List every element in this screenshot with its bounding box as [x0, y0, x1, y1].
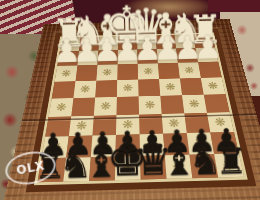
board-square — [198, 62, 222, 78]
board-square: ❋ — [178, 62, 201, 78]
rosette-inlay-icon: ❋ — [138, 63, 159, 79]
board-square: ❋ — [138, 63, 159, 79]
rosette-inlay-icon: ❋ — [178, 62, 201, 78]
rosette-inlay-icon: ❋ — [94, 97, 117, 116]
board-square — [180, 78, 204, 95]
rosette-inlay-icon: ❋ — [139, 96, 162, 115]
board-square: ❋ — [117, 80, 139, 97]
board-square — [117, 64, 138, 80]
board-square: ❋ — [73, 81, 96, 98]
rosette-inlay-icon: ❋ — [49, 98, 74, 117]
rosette-inlay-icon: ❋ — [96, 64, 117, 80]
rosette-inlay-icon: ❋ — [117, 80, 139, 97]
board-square — [75, 65, 97, 81]
board-square: ❋ — [94, 97, 117, 116]
board-square — [204, 94, 230, 113]
board-square — [138, 79, 160, 96]
board-square: ❋♜ — [214, 153, 244, 177]
board-square: ❋ — [159, 78, 182, 95]
board-square: ❋ — [201, 77, 226, 94]
rosette-inlay-icon: ❋ — [201, 77, 226, 94]
board-square: ❋ — [49, 98, 74, 117]
board-square: ❋ — [96, 64, 117, 80]
board-square: ❋ — [139, 96, 162, 115]
board-square — [71, 97, 95, 116]
board-square — [158, 63, 180, 79]
board-square: ❋ — [182, 95, 207, 114]
board-square: ❋ — [55, 66, 78, 82]
board-square — [116, 96, 139, 115]
rosette-inlay-icon: ❋ — [73, 81, 96, 98]
board-square — [52, 81, 76, 98]
rosette-inlay-icon: ❋ — [182, 95, 207, 114]
board-square: ❋♟ — [196, 47, 219, 62]
board-square — [160, 95, 184, 114]
board-square — [95, 80, 117, 97]
chess-board-scene: ❋♜♞❋♝♚❋♛♝❋♞♜♟❋♟♟❋♟♟❋♟♟❋♟❋❋❋❋❋❋❋❋❋❋❋❋❋❋❋❋… — [40, 12, 239, 200]
chess-photo: ❋♜♞❋♝♚❋♛♝❋♞♜♟❋♟♟❋♟♟❋♟♟❋♟❋❋❋❋❋❋❋❋❋❋❋❋❋❋❋❋… — [0, 0, 260, 200]
olx-watermark-label: OLX — [15, 158, 46, 177]
board-square: ♞ — [189, 154, 218, 178]
rosette-inlay-icon: ❋ — [55, 66, 78, 82]
rosette-inlay-icon: ❋ — [159, 78, 182, 95]
chess-piece-white-pawn: ♟ — [193, 31, 222, 64]
chess-board: ❋♜♞❋♝♚❋♛♝❋♞♜♟❋♟♟❋♟♟❋♟♟❋♟❋❋❋❋❋❋❋❋❋❋❋❋❋❋❋❋… — [34, 32, 248, 185]
chess-piece-black-rook: ♜ — [215, 144, 247, 180]
